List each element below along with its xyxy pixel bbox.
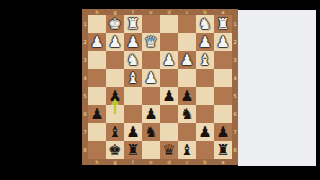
piece-black-pawn[interactable]: ♟: [126, 123, 139, 141]
board-squares: ♚♜♞♜♟♟♟♛♟♟♞♟♟♝♝♟♟♟♟♟♟♞♝♟♞♟♟♚♜♛♝♜: [88, 15, 232, 159]
piece-white-king[interactable]: ♚: [108, 15, 121, 33]
piece-white-rook[interactable]: ♜: [126, 15, 139, 33]
square-d4[interactable]: [160, 69, 178, 87]
square-a6[interactable]: [214, 105, 232, 123]
square-f2[interactable]: ♟: [124, 33, 142, 51]
coord-label: b: [196, 159, 214, 165]
piece-white-knight[interactable]: ♞: [198, 15, 211, 33]
piece-black-pawn[interactable]: ♟: [162, 87, 175, 105]
square-e2[interactable]: ♛: [142, 33, 160, 51]
piece-black-bishop[interactable]: ♝: [180, 141, 193, 159]
piece-white-pawn[interactable]: ♟: [144, 69, 157, 87]
square-c2[interactable]: [178, 33, 196, 51]
piece-black-pawn[interactable]: ♟: [198, 123, 211, 141]
piece-black-pawn[interactable]: ♟: [90, 105, 103, 123]
square-g6[interactable]: [106, 105, 124, 123]
square-b2[interactable]: ♟: [196, 33, 214, 51]
coord-label: g: [106, 159, 124, 165]
square-e8[interactable]: [142, 141, 160, 159]
piece-white-knight[interactable]: ♞: [126, 51, 139, 69]
coord-label: c: [178, 159, 196, 165]
square-h2[interactable]: ♟: [88, 33, 106, 51]
square-d2[interactable]: [160, 33, 178, 51]
square-d3[interactable]: ♟: [160, 51, 178, 69]
square-b4[interactable]: [196, 69, 214, 87]
coord-label: a: [214, 159, 232, 165]
coord-label: h: [88, 159, 106, 165]
square-g2[interactable]: ♟: [106, 33, 124, 51]
square-g8[interactable]: ♚: [106, 141, 124, 159]
piece-white-pawn[interactable]: ♟: [126, 33, 139, 51]
square-e6[interactable]: ♟: [142, 105, 160, 123]
square-e4[interactable]: ♟: [142, 69, 160, 87]
square-d1[interactable]: [160, 15, 178, 33]
square-a1[interactable]: ♜: [214, 15, 232, 33]
piece-black-king[interactable]: ♚: [108, 141, 121, 159]
square-h4[interactable]: [88, 69, 106, 87]
square-h8[interactable]: [88, 141, 106, 159]
piece-black-pawn[interactable]: ♟: [180, 87, 193, 105]
piece-white-pawn[interactable]: ♟: [216, 33, 229, 51]
piece-black-pawn[interactable]: ♟: [144, 105, 157, 123]
square-f3[interactable]: ♞: [124, 51, 142, 69]
file-labels-bottom: hgfedcba: [88, 159, 232, 165]
square-e7[interactable]: ♞: [142, 123, 160, 141]
square-g5[interactable]: ♟: [106, 87, 124, 105]
piece-white-pawn[interactable]: ♟: [198, 33, 211, 51]
square-c6[interactable]: ♞: [178, 105, 196, 123]
square-b8[interactable]: [196, 141, 214, 159]
piece-white-bishop[interactable]: ♝: [126, 69, 139, 87]
square-g7[interactable]: ♝: [106, 123, 124, 141]
square-g3[interactable]: [106, 51, 124, 69]
square-c8[interactable]: ♝: [178, 141, 196, 159]
square-c5[interactable]: ♟: [178, 87, 196, 105]
square-b1[interactable]: ♞: [196, 15, 214, 33]
square-a2[interactable]: ♟: [214, 33, 232, 51]
square-a8[interactable]: ♜: [214, 141, 232, 159]
piece-white-queen[interactable]: ♛: [144, 33, 157, 51]
piece-black-pawn[interactable]: ♟: [216, 123, 229, 141]
square-d6[interactable]: [160, 105, 178, 123]
piece-black-queen[interactable]: ♛: [162, 141, 175, 159]
piece-black-pawn[interactable]: ♟: [108, 87, 121, 105]
square-a4[interactable]: [214, 69, 232, 87]
square-h7[interactable]: [88, 123, 106, 141]
square-f4[interactable]: ♝: [124, 69, 142, 87]
square-f1[interactable]: ♜: [124, 15, 142, 33]
square-f8[interactable]: ♜: [124, 141, 142, 159]
piece-black-knight[interactable]: ♞: [180, 105, 193, 123]
square-b7[interactable]: ♟: [196, 123, 214, 141]
piece-black-bishop[interactable]: ♝: [108, 123, 121, 141]
square-h6[interactable]: ♟: [88, 105, 106, 123]
square-d5[interactable]: ♟: [160, 87, 178, 105]
square-b6[interactable]: [196, 105, 214, 123]
square-d8[interactable]: ♛: [160, 141, 178, 159]
chess-board: hgfedcba 12345678 ♚♜♞♜♟♟♟♛♟♟♞♟♟♝♝♟♟♟♟♟♟♞…: [82, 9, 238, 165]
piece-white-pawn[interactable]: ♟: [108, 33, 121, 51]
square-e5[interactable]: [142, 87, 160, 105]
square-c7[interactable]: [178, 123, 196, 141]
square-e3[interactable]: [142, 51, 160, 69]
square-g4[interactable]: [106, 69, 124, 87]
piece-white-rook[interactable]: ♜: [216, 15, 229, 33]
square-c4[interactable]: [178, 69, 196, 87]
coord-label: f: [124, 159, 142, 165]
square-c3[interactable]: ♟: [178, 51, 196, 69]
square-e1[interactable]: [142, 15, 160, 33]
square-g1[interactable]: ♚: [106, 15, 124, 33]
square-f6[interactable]: [124, 105, 142, 123]
square-c1[interactable]: [178, 15, 196, 33]
side-panel: [238, 10, 316, 166]
piece-white-bishop[interactable]: ♝: [198, 51, 211, 69]
piece-white-pawn[interactable]: ♟: [180, 51, 193, 69]
square-a5[interactable]: [214, 87, 232, 105]
piece-black-rook[interactable]: ♜: [216, 141, 229, 159]
square-h5[interactable]: [88, 87, 106, 105]
square-a7[interactable]: ♟: [214, 123, 232, 141]
square-f5[interactable]: [124, 87, 142, 105]
square-d7[interactable]: [160, 123, 178, 141]
piece-black-rook[interactable]: ♜: [126, 141, 139, 159]
piece-white-pawn[interactable]: ♟: [162, 51, 175, 69]
coord-label: e: [142, 159, 160, 165]
square-h1[interactable]: [88, 15, 106, 33]
square-h3[interactable]: [88, 51, 106, 69]
coord-label: d: [160, 159, 178, 165]
piece-white-pawn[interactable]: ♟: [90, 33, 103, 51]
square-f7[interactable]: ♟: [124, 123, 142, 141]
square-b5[interactable]: [196, 87, 214, 105]
piece-black-knight[interactable]: ♞: [144, 123, 157, 141]
square-a3[interactable]: [214, 51, 232, 69]
square-b3[interactable]: ♝: [196, 51, 214, 69]
